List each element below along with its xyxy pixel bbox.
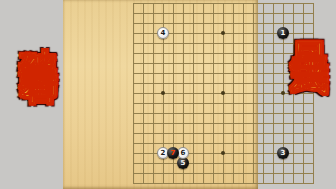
thumbnail: 1234567 破解骗着 星位定式 (0, 0, 336, 189)
star-point (221, 151, 225, 155)
star-point (221, 91, 225, 95)
stone-black-7: 7 (167, 147, 179, 159)
star-point (161, 91, 165, 95)
star-point (281, 91, 285, 95)
stone-white-4: 4 (157, 27, 169, 39)
go-board: 1234567 (63, 0, 258, 189)
star-point (221, 31, 225, 35)
left-title: 破解骗着 (13, 19, 63, 39)
right-title: 星位定式 (284, 12, 334, 32)
stone-black-3: 3 (277, 147, 289, 159)
